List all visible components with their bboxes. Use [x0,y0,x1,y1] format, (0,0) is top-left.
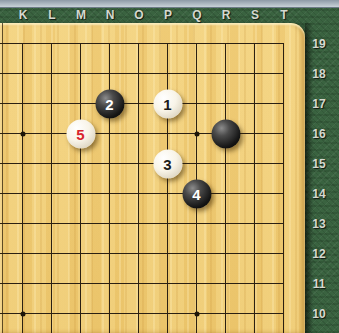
star-point-Q16 [194,131,199,136]
column-label-S: S [251,8,259,22]
column-label-T: T [280,8,287,22]
row-label-17: 17 [312,97,325,111]
column-label-O: O [134,8,143,22]
grid-line-col-T [283,43,284,333]
row-label-11: 11 [313,277,326,291]
grid-line-row-17 [0,103,284,104]
stone-black-Q14-move-4[interactable]: 4 [182,179,211,208]
row-label-19: 19 [312,37,325,51]
grid-line-row-13 [0,223,284,224]
grid-line-row-14 [0,193,284,194]
row-label-14: 14 [312,187,325,201]
column-label-N: N [106,8,115,22]
window-titlebar-strip [0,0,339,8]
row-label-10: 10 [312,307,325,321]
window-left-edge-line [2,23,3,333]
column-label-Q: Q [192,8,201,22]
star-point-Q10 [194,311,199,316]
grid-line-col-O [138,43,139,333]
column-label-K: K [19,8,28,22]
stone-white-M16-move-5[interactable]: 5 [66,119,95,148]
star-point-K16 [20,131,25,136]
stone-move-number: 4 [192,186,200,201]
grid-line-col-S [254,43,255,333]
stone-move-number: 1 [163,96,171,111]
grid-line-row-10 [0,313,284,314]
grid-line-col-M [80,43,81,333]
stone-black-R16[interactable] [211,119,240,148]
stone-black-N17-move-2[interactable]: 2 [95,89,124,118]
grid-line-row-19 [0,43,284,44]
stone-move-number: 5 [76,126,84,141]
grid-line-col-L [51,43,52,333]
star-point-K10 [20,311,25,316]
column-label-P: P [164,8,172,22]
grid-line-col-P [167,43,168,333]
row-label-16: 16 [312,127,325,141]
grid-line-row-18 [0,73,284,74]
grid-line-col-N [109,43,110,333]
row-label-15: 15 [312,157,325,171]
grid-line-row-11 [0,283,284,284]
grid-line-col-K [22,43,23,333]
grid-line-row-12 [0,253,284,254]
stone-move-number: 2 [105,96,113,111]
stone-white-P15-move-3[interactable]: 3 [153,149,182,178]
grid-line-col-R [225,43,226,333]
stone-move-number: 3 [163,156,171,171]
stone-white-P17-move-1[interactable]: 1 [153,89,182,118]
column-label-M: M [76,8,86,22]
row-label-13: 13 [312,217,325,231]
grid-line-row-15 [0,163,284,164]
go-board-app: 12345 KLMNOPQRST 19181716151413121110 [0,0,339,333]
go-board-surface[interactable]: 12345 [0,23,305,333]
row-label-18: 18 [312,67,325,81]
row-label-12: 12 [312,247,325,261]
column-label-R: R [222,8,231,22]
column-label-L: L [48,8,55,22]
grid-line-row-16 [0,133,284,134]
